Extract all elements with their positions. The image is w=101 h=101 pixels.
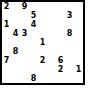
sudoku-cell-r9c9[interactable] <box>74 74 83 83</box>
sudoku-board: 29531443818726218 <box>0 0 85 85</box>
sudoku-puzzle: 29531443818726218 <box>0 0 101 101</box>
